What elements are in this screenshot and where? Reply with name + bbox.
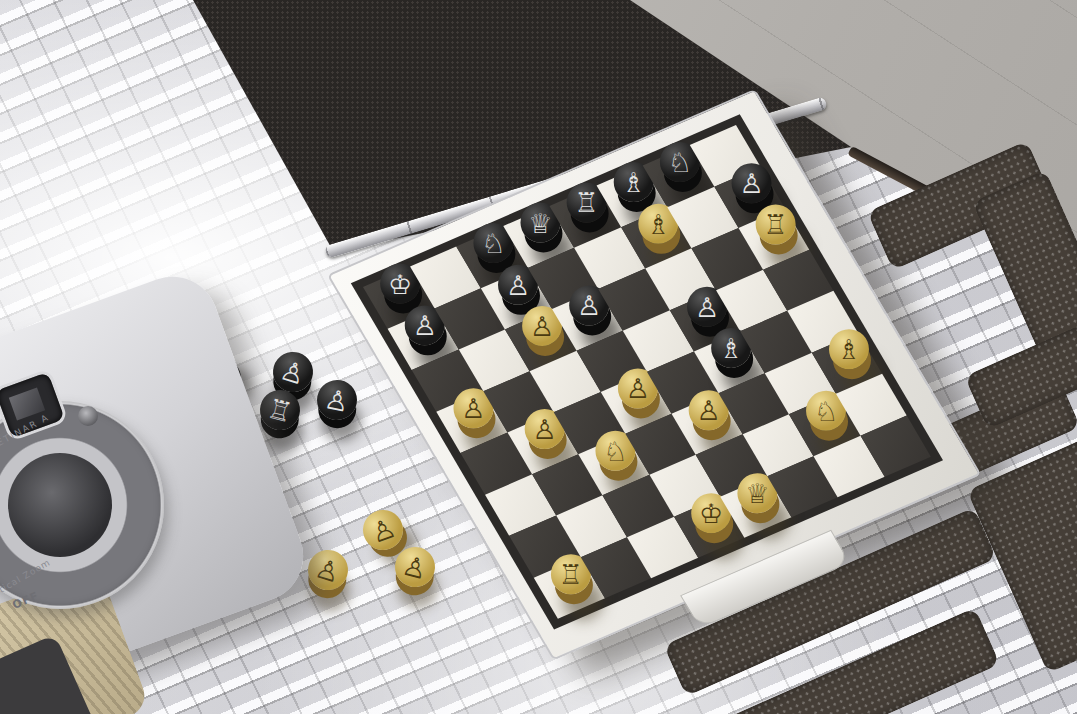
piece-bP-a7: ♙: [731, 163, 771, 203]
camera-sensor-dot: [78, 406, 98, 426]
print-bar: [964, 324, 1077, 430]
piece-wB-a3: ♗: [829, 329, 869, 369]
camera-lens-glass: [8, 453, 112, 557]
product-photo-scene: ♔♘♕♖♗♘♙♙♗♙♙♙♖♙♙♙♙♗♘♙♗♘♖♔♕ ♙♙♖♙♙♙♙ AN RET…: [0, 0, 1077, 714]
piece-wR-a6: ♖: [756, 205, 796, 245]
